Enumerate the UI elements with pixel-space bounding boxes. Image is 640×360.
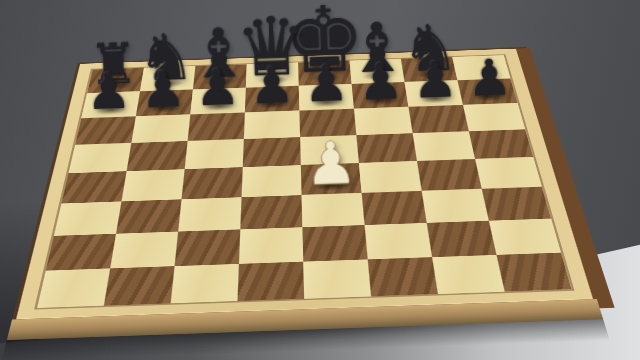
white-pawn-e4[interactable]: ♟ — [303, 136, 358, 194]
black-pawn-g7[interactable]: ♟ — [411, 56, 458, 105]
square-d7[interactable]: ♟ — [245, 86, 300, 113]
square-e1[interactable] — [303, 259, 371, 298]
square-g2[interactable] — [427, 221, 497, 257]
square-b4[interactable] — [121, 169, 184, 201]
square-e4[interactable]: ♟ — [301, 163, 362, 195]
square-g3[interactable] — [422, 189, 489, 223]
square-f1[interactable] — [368, 257, 438, 296]
square-f5[interactable] — [356, 133, 417, 163]
square-d5[interactable] — [243, 137, 301, 167]
square-g1[interactable] — [432, 255, 505, 294]
square-c5[interactable] — [185, 139, 244, 169]
square-c6[interactable] — [188, 113, 245, 141]
square-c2[interactable] — [175, 229, 241, 266]
black-pawn-e7[interactable]: ♟ — [302, 60, 349, 109]
square-f3[interactable] — [362, 191, 427, 225]
square-g5[interactable] — [413, 131, 475, 161]
square-b1[interactable] — [104, 266, 175, 306]
square-d6[interactable] — [244, 111, 300, 139]
square-g4[interactable] — [417, 159, 482, 191]
square-h2[interactable] — [489, 219, 561, 255]
square-d2[interactable] — [239, 227, 303, 264]
square-e2[interactable] — [302, 225, 367, 262]
square-a2[interactable] — [46, 234, 116, 271]
square-b2[interactable] — [110, 232, 178, 269]
square-g6[interactable] — [408, 105, 468, 133]
square-h3[interactable] — [482, 187, 551, 221]
square-e7[interactable]: ♟ — [299, 84, 354, 111]
square-h6[interactable] — [463, 103, 525, 131]
square-a7[interactable]: ♟ — [81, 91, 140, 118]
square-f4[interactable] — [359, 161, 422, 193]
square-c3[interactable] — [178, 197, 241, 231]
black-pawn-c7[interactable]: ♟ — [194, 64, 241, 113]
square-a6[interactable] — [75, 116, 136, 145]
square-f7[interactable]: ♟ — [352, 82, 409, 109]
square-h1[interactable] — [496, 253, 571, 292]
square-h4[interactable] — [475, 157, 542, 189]
black-pawn-h7[interactable]: ♟ — [466, 54, 513, 103]
square-a5[interactable] — [69, 143, 132, 173]
square-h7[interactable]: ♟ — [457, 78, 517, 104]
square-b3[interactable] — [116, 199, 182, 233]
square-d1[interactable] — [237, 262, 304, 301]
square-b6[interactable] — [131, 114, 190, 142]
square-a4[interactable] — [61, 171, 126, 203]
square-c4[interactable] — [182, 167, 243, 199]
black-pawn-b7[interactable]: ♟ — [139, 65, 186, 114]
photo-scene: ♜♞♝♛♚♝♞♟♟♟♟♟♟♟♟♟ — [0, 0, 640, 360]
black-pawn-a7[interactable]: ♟ — [85, 67, 132, 116]
black-pawn-d7[interactable]: ♟ — [248, 62, 295, 111]
square-d4[interactable] — [242, 165, 302, 197]
square-f2[interactable] — [365, 223, 433, 260]
square-a1[interactable] — [37, 268, 110, 308]
square-b5[interactable] — [127, 141, 188, 171]
square-b7[interactable]: ♟ — [136, 90, 193, 117]
black-pawn-f7[interactable]: ♟ — [357, 58, 404, 107]
square-g7[interactable]: ♟ — [405, 80, 463, 107]
chessboard: ♜♞♝♛♚♝♞♟♟♟♟♟♟♟♟♟ — [14, 48, 615, 329]
square-d3[interactable] — [240, 195, 302, 229]
square-e3[interactable] — [302, 193, 365, 227]
square-h5[interactable] — [469, 129, 533, 159]
square-a3[interactable] — [54, 201, 122, 235]
board-grid: ♜♞♝♛♚♝♞♟♟♟♟♟♟♟♟♟ — [37, 55, 571, 308]
square-c1[interactable] — [171, 264, 239, 303]
square-f6[interactable] — [354, 107, 413, 135]
square-c7[interactable]: ♟ — [190, 88, 245, 115]
